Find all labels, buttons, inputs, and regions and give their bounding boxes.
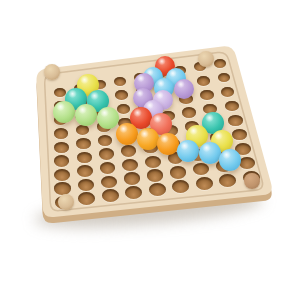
board-hole (54, 169, 70, 181)
board-hole (102, 189, 119, 202)
bead-board-photo (0, 0, 300, 300)
board-hole (77, 152, 92, 164)
board-hole (200, 90, 213, 100)
bead-lightgreen[interactable] (53, 101, 75, 123)
board-hole (218, 73, 231, 83)
corner-peg (58, 194, 74, 210)
bead-orange[interactable] (157, 133, 179, 155)
board-hole (172, 180, 189, 193)
bead-purple[interactable] (174, 79, 194, 99)
board-hole (219, 174, 236, 187)
board-hole (145, 156, 161, 168)
board-hole (124, 172, 140, 185)
board-hole (196, 177, 213, 190)
board-hole (121, 145, 136, 157)
board-hole (54, 155, 69, 167)
board-hole (149, 183, 166, 196)
board-hole (117, 104, 130, 114)
board-hole (54, 128, 68, 139)
board-hole (54, 182, 70, 195)
bead-orange[interactable] (116, 123, 138, 145)
board-hole (197, 76, 210, 86)
board-hole (98, 135, 113, 146)
board-hole (221, 87, 234, 97)
board-hole (147, 169, 163, 182)
board-hole (170, 166, 186, 179)
bead-blue[interactable] (199, 142, 221, 164)
board-hole (101, 176, 117, 189)
board-hole (54, 88, 66, 97)
bead-blue[interactable] (177, 140, 199, 162)
corner-peg (198, 51, 214, 67)
board-hole (228, 115, 243, 126)
corner-peg (244, 173, 260, 189)
board-hole (214, 59, 226, 68)
board-hole (225, 101, 239, 112)
board-hole (122, 159, 138, 171)
bead-blue[interactable] (219, 149, 241, 171)
board-hole (182, 107, 196, 118)
board-hole (114, 77, 126, 86)
board-hole (232, 129, 247, 141)
board-hole (99, 148, 114, 160)
corner-peg (44, 64, 60, 80)
board-hole (54, 142, 69, 153)
board-hole (78, 179, 94, 192)
board-hole (239, 157, 255, 170)
bead-amber[interactable] (137, 128, 159, 150)
bead-lightgreen[interactable] (75, 104, 97, 126)
board-hole (77, 165, 93, 177)
board-hole (76, 138, 91, 149)
board-hole (115, 90, 128, 100)
bead-lightgreen[interactable] (97, 107, 119, 129)
